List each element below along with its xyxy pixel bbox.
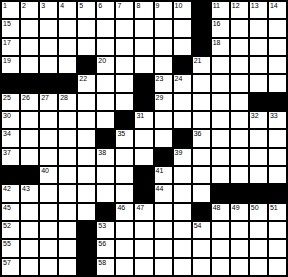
white-square[interactable] [193,112,210,128]
white-square[interactable] [174,204,191,220]
white-square[interactable]: 43 [21,185,38,201]
white-square[interactable] [193,149,210,165]
white-square[interactable]: 6 [97,2,114,18]
clue-number: 34 [3,130,11,138]
white-square[interactable]: 53 [97,222,114,238]
white-square[interactable] [155,112,172,128]
white-square[interactable] [97,112,114,128]
white-square[interactable]: 32 [250,112,267,128]
white-square[interactable]: 58 [97,259,114,275]
clue-number: 58 [98,259,106,267]
white-square[interactable]: 20 [97,57,114,73]
white-square[interactable] [97,167,114,183]
black-square [97,204,114,220]
white-square[interactable]: 38 [97,149,114,165]
white-square[interactable] [231,39,248,55]
clue-number: 4 [60,2,64,10]
white-square[interactable] [212,57,229,73]
black-square [212,185,229,201]
white-square[interactable] [78,167,95,183]
white-square[interactable] [21,112,38,128]
white-square[interactable] [40,204,57,220]
clue-number: 57 [3,259,11,267]
clue-number: 32 [251,112,259,120]
white-square[interactable]: 33 [269,112,286,128]
clue-number: 8 [136,2,140,10]
white-square[interactable] [231,57,248,73]
white-square[interactable]: 26 [21,94,38,110]
white-square[interactable]: 1 [2,2,19,18]
white-square[interactable] [193,167,210,183]
black-square [250,94,267,110]
white-square[interactable]: 18 [212,39,229,55]
black-square [269,94,286,110]
white-square[interactable] [78,20,95,36]
white-square[interactable] [250,57,267,73]
white-square[interactable] [97,94,114,110]
white-square[interactable] [212,259,229,275]
white-square[interactable] [116,149,133,165]
white-square[interactable] [59,149,76,165]
white-square[interactable] [59,222,76,238]
white-square[interactable] [231,149,248,165]
white-square[interactable] [40,130,57,146]
white-square[interactable] [174,222,191,238]
white-square[interactable] [231,94,248,110]
white-square[interactable] [78,130,95,146]
clue-number: 31 [136,112,144,120]
white-square[interactable] [135,222,152,238]
clue-number: 27 [41,94,49,102]
white-square[interactable]: 28 [59,94,76,110]
white-square[interactable] [59,240,76,256]
white-square[interactable] [97,20,114,36]
white-square[interactable]: 17 [2,39,19,55]
white-square[interactable] [78,185,95,201]
white-square[interactable] [59,112,76,128]
crossword-grid: 1234567891011121314151617181920212223242… [0,0,288,277]
white-square[interactable] [116,222,133,238]
white-square[interactable] [21,259,38,275]
white-square[interactable]: 46 [116,204,133,220]
white-square[interactable]: 22 [78,75,95,91]
white-square[interactable] [174,185,191,201]
white-square[interactable] [21,39,38,55]
black-square [59,75,76,91]
white-square[interactable]: 55 [2,240,19,256]
white-square[interactable] [21,204,38,220]
white-square[interactable] [250,259,267,275]
white-square[interactable]: 9 [155,2,172,18]
white-square[interactable]: 7 [116,2,133,18]
white-square[interactable]: 4 [59,2,76,18]
white-square[interactable]: 24 [174,75,191,91]
white-square[interactable] [269,259,286,275]
white-square[interactable] [174,112,191,128]
white-square[interactable] [174,167,191,183]
white-square[interactable] [269,149,286,165]
white-square[interactable]: 29 [155,94,172,110]
white-square[interactable] [116,20,133,36]
white-square[interactable] [135,57,152,73]
black-square [193,204,210,220]
black-square [78,240,95,256]
clue-number: 43 [22,185,30,193]
white-square[interactable] [250,222,267,238]
clue-number: 26 [22,94,30,102]
white-square[interactable]: 50 [250,204,267,220]
white-square[interactable]: 23 [155,75,172,91]
white-square[interactable]: 51 [269,204,286,220]
white-square[interactable] [250,167,267,183]
white-square[interactable]: 16 [212,20,229,36]
clue-number: 47 [136,204,144,212]
white-square[interactable] [135,240,152,256]
white-square[interactable] [21,240,38,256]
white-square[interactable] [231,240,248,256]
white-square[interactable] [269,75,286,91]
white-square[interactable] [212,167,229,183]
white-square[interactable]: 31 [135,112,152,128]
clue-number: 17 [3,39,11,47]
white-square[interactable] [59,185,76,201]
black-square [78,222,95,238]
white-square[interactable] [59,167,76,183]
white-square[interactable]: 41 [155,167,172,183]
clue-number: 29 [156,94,164,102]
white-square[interactable] [40,240,57,256]
clue-number: 36 [194,130,202,138]
white-square[interactable] [212,112,229,128]
black-square [193,20,210,36]
white-square[interactable] [193,75,210,91]
clue-number: 40 [41,167,49,175]
white-square[interactable] [59,39,76,55]
white-square[interactable] [193,240,210,256]
clue-number: 14 [270,2,278,10]
white-square[interactable] [97,75,114,91]
white-square[interactable] [135,20,152,36]
white-square[interactable] [269,57,286,73]
white-square[interactable]: 40 [40,167,57,183]
white-square[interactable] [269,39,286,55]
white-square[interactable] [40,222,57,238]
white-square[interactable] [193,185,210,201]
white-square[interactable] [231,259,248,275]
white-square[interactable]: 11 [212,2,229,18]
white-square[interactable] [155,39,172,55]
white-square[interactable] [97,185,114,201]
white-square[interactable]: 42 [2,185,19,201]
black-square [193,39,210,55]
clue-number: 41 [156,167,164,175]
white-square[interactable] [78,39,95,55]
white-square[interactable] [116,259,133,275]
clue-number: 13 [251,2,259,10]
white-square[interactable]: 30 [2,112,19,128]
white-square[interactable] [212,240,229,256]
white-square[interactable] [155,240,172,256]
clue-number: 25 [3,94,11,102]
white-square[interactable]: 25 [2,94,19,110]
black-square [269,185,286,201]
white-square[interactable] [155,20,172,36]
black-square [21,75,38,91]
white-square[interactable] [269,222,286,238]
white-square[interactable] [59,57,76,73]
clue-number: 15 [3,20,11,28]
white-square[interactable] [250,130,267,146]
clue-number: 35 [117,130,125,138]
clue-number: 24 [175,75,183,83]
white-square[interactable] [135,130,152,146]
black-square [135,94,152,110]
white-square[interactable]: 36 [193,130,210,146]
white-square[interactable]: 44 [155,185,172,201]
white-square[interactable] [250,20,267,36]
white-square[interactable] [155,222,172,238]
white-square[interactable] [269,20,286,36]
clue-number: 20 [98,57,106,65]
black-square [97,130,114,146]
clue-number: 33 [270,112,278,120]
white-square[interactable] [155,57,172,73]
clue-number: 45 [3,204,11,212]
clue-number: 56 [98,240,106,248]
black-square [40,75,57,91]
white-square[interactable] [135,259,152,275]
white-square[interactable] [174,240,191,256]
white-square[interactable] [21,20,38,36]
black-square [21,167,38,183]
black-square [135,167,152,183]
black-square [78,259,95,275]
white-square[interactable] [59,20,76,36]
black-square [2,75,19,91]
black-square [135,75,152,91]
clue-number: 44 [156,185,164,193]
white-square[interactable] [116,39,133,55]
white-square[interactable]: 35 [116,130,133,146]
white-square[interactable] [21,222,38,238]
white-square[interactable] [174,20,191,36]
white-square[interactable] [231,20,248,36]
clue-number: 1 [3,2,7,10]
white-square[interactable]: 2 [21,2,38,18]
white-square[interactable] [21,149,38,165]
white-square[interactable] [40,259,57,275]
white-square[interactable] [212,94,229,110]
white-square[interactable]: 19 [2,57,19,73]
white-square[interactable] [269,240,286,256]
clue-number: 54 [194,222,202,230]
black-square [193,2,210,18]
clue-number: 2 [22,2,26,10]
white-square[interactable]: 12 [231,2,248,18]
clue-number: 21 [194,57,202,65]
black-square [135,185,152,201]
clue-number: 16 [213,20,221,28]
white-square[interactable] [21,57,38,73]
white-square[interactable] [231,75,248,91]
white-square[interactable] [40,57,57,73]
clue-number: 55 [3,240,11,248]
white-square[interactable]: 45 [2,204,19,220]
black-square [231,185,248,201]
white-square[interactable] [231,130,248,146]
white-square[interactable] [116,240,133,256]
clue-number: 11 [213,2,220,10]
white-square[interactable]: 54 [193,222,210,238]
clue-number: 39 [175,149,183,157]
white-square[interactable]: 5 [78,2,95,18]
white-square[interactable] [174,259,191,275]
white-square[interactable] [212,222,229,238]
clue-number: 30 [3,112,11,120]
clue-number: 46 [117,204,125,212]
white-square[interactable] [212,75,229,91]
white-square[interactable] [212,130,229,146]
black-square [78,57,95,73]
white-square[interactable] [212,149,229,165]
clue-number: 3 [41,2,45,10]
white-square[interactable] [174,94,191,110]
white-square[interactable]: 47 [135,204,152,220]
white-square[interactable]: 3 [40,2,57,18]
white-square[interactable]: 37 [2,149,19,165]
white-square[interactable] [174,39,191,55]
white-square[interactable] [21,130,38,146]
clue-number: 22 [79,75,87,83]
clue-number: 52 [3,222,11,230]
white-square[interactable] [40,149,57,165]
white-square[interactable] [155,130,172,146]
white-square[interactable] [78,204,95,220]
clue-number: 12 [232,2,240,10]
white-square[interactable] [116,57,133,73]
black-square [250,185,267,201]
white-square[interactable]: 48 [212,204,229,220]
clue-number: 10 [175,2,183,10]
white-square[interactable] [116,75,133,91]
clue-number: 48 [213,204,221,212]
white-square[interactable] [269,130,286,146]
white-square[interactable] [250,240,267,256]
clue-number: 19 [3,57,11,65]
white-square[interactable] [40,185,57,201]
black-square [174,57,191,73]
white-square[interactable] [59,259,76,275]
white-square[interactable] [116,167,133,183]
clue-number: 50 [251,204,259,212]
clue-number: 6 [98,2,102,10]
white-square[interactable] [78,94,95,110]
white-square[interactable] [78,112,95,128]
white-square[interactable] [40,112,57,128]
white-square[interactable] [40,39,57,55]
white-square[interactable] [40,20,57,36]
clue-number: 28 [60,94,68,102]
black-square [2,167,19,183]
clue-number: 23 [156,75,164,83]
white-square[interactable]: 21 [193,57,210,73]
white-square[interactable] [231,167,248,183]
white-square[interactable]: 56 [97,240,114,256]
white-square[interactable] [135,149,152,165]
clue-number: 37 [3,149,11,157]
white-square[interactable] [116,185,133,201]
white-square[interactable] [135,39,152,55]
white-square[interactable] [155,204,172,220]
white-square[interactable] [231,222,248,238]
white-square[interactable] [78,149,95,165]
clue-number: 51 [270,204,278,212]
clue-number: 42 [3,185,11,193]
white-square[interactable]: 14 [269,2,286,18]
white-square[interactable] [193,94,210,110]
white-square[interactable] [231,112,248,128]
clue-number: 7 [117,2,121,10]
white-square[interactable] [97,39,114,55]
white-square[interactable] [59,204,76,220]
white-square[interactable] [116,94,133,110]
black-square [174,130,191,146]
white-square[interactable] [250,75,267,91]
white-square[interactable]: 13 [250,2,267,18]
white-square[interactable] [59,130,76,146]
white-square[interactable]: 27 [40,94,57,110]
white-square[interactable]: 15 [2,20,19,36]
white-square[interactable]: 57 [2,259,19,275]
black-square [155,149,172,165]
white-square[interactable]: 49 [231,204,248,220]
white-square[interactable] [193,259,210,275]
black-square [116,112,133,128]
white-square[interactable] [269,167,286,183]
white-square[interactable]: 10 [174,2,191,18]
white-square[interactable] [250,39,267,55]
white-square[interactable] [155,259,172,275]
white-square[interactable]: 39 [174,149,191,165]
clue-number: 38 [98,149,106,157]
white-square[interactable]: 8 [135,2,152,18]
clue-number: 18 [213,39,221,47]
white-square[interactable]: 34 [2,130,19,146]
clue-number: 49 [232,204,240,212]
white-square[interactable] [250,149,267,165]
clue-number: 53 [98,222,106,230]
clue-number: 5 [79,2,83,10]
white-square[interactable]: 52 [2,222,19,238]
clue-number: 9 [156,2,160,10]
